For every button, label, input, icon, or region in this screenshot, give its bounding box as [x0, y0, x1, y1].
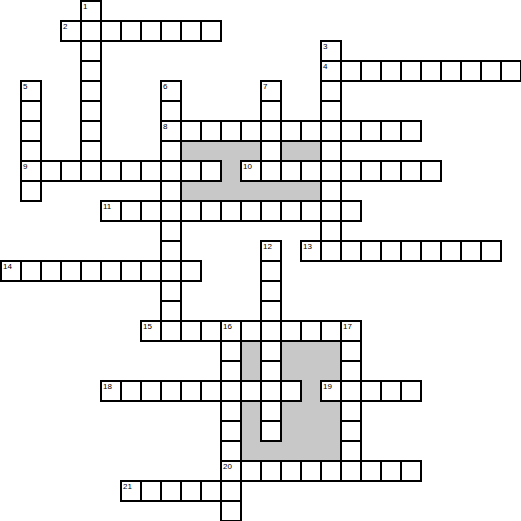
- blocked-cell-12-17: [240, 340, 262, 362]
- answer-cell-9-16[interactable]: [180, 320, 202, 342]
- blocked-cell-16-20: [320, 400, 342, 422]
- answer-cell-19-12[interactable]: [380, 240, 402, 262]
- answer-cell-17-12[interactable]: [340, 240, 362, 262]
- answer-cell-13-23[interactable]: [260, 460, 282, 482]
- answer-cell-16-3[interactable]: [320, 60, 342, 82]
- blocked-cell-12-20: [240, 400, 262, 422]
- answer-cell-1-5[interactable]: [20, 100, 42, 122]
- answer-cell-13-15[interactable]: [260, 300, 282, 322]
- answer-cell-19-8[interactable]: [380, 160, 402, 182]
- answer-cell-11-22[interactable]: [220, 440, 242, 462]
- answer-cell-4-7[interactable]: [80, 140, 102, 162]
- answer-cell-9-24[interactable]: [180, 480, 202, 502]
- blocked-cell-11-9: [220, 180, 242, 202]
- answer-cell-11-23[interactable]: [220, 460, 242, 482]
- answer-cell-8-1[interactable]: [160, 20, 182, 42]
- answer-cell-13-19[interactable]: [260, 380, 282, 402]
- answer-cell-7-10[interactable]: [140, 200, 162, 222]
- answer-cell-9-6[interactable]: [180, 120, 202, 142]
- answer-cell-6-1[interactable]: [120, 20, 142, 42]
- answer-cell-6-24[interactable]: [120, 480, 142, 502]
- answer-cell-10-10[interactable]: [200, 200, 222, 222]
- answer-cell-11-10[interactable]: [220, 200, 242, 222]
- answer-cell-7-24[interactable]: [140, 480, 162, 502]
- answer-cell-6-19[interactable]: [120, 380, 142, 402]
- blocked-cell-12-21: [240, 420, 262, 442]
- answer-cell-15-6[interactable]: [300, 120, 322, 142]
- answer-cell-17-6[interactable]: [340, 120, 362, 142]
- blocked-cell-15-18: [300, 360, 322, 382]
- answer-cell-13-6[interactable]: [260, 120, 282, 142]
- answer-cell-8-14[interactable]: [160, 280, 182, 302]
- answer-cell-8-4[interactable]: [160, 80, 182, 102]
- answer-cell-8-16[interactable]: [160, 320, 182, 342]
- blocked-cell-10-9: [200, 180, 222, 202]
- answer-cell-20-19[interactable]: [400, 380, 422, 402]
- blocked-cell-15-19: [300, 380, 322, 402]
- answer-cell-16-12[interactable]: [320, 240, 342, 262]
- answer-cell-8-8[interactable]: [160, 160, 182, 182]
- answer-cell-17-19[interactable]: [340, 380, 362, 402]
- answer-cell-8-6[interactable]: [160, 120, 182, 142]
- answer-cell-4-8[interactable]: [80, 160, 102, 182]
- answer-cell-11-24[interactable]: [220, 480, 242, 502]
- answer-cell-8-19[interactable]: [160, 380, 182, 402]
- answer-cell-18-12[interactable]: [360, 240, 382, 262]
- answer-cell-14-6[interactable]: [280, 120, 302, 142]
- answer-cell-6-13[interactable]: [120, 260, 142, 282]
- answer-cell-17-22[interactable]: [340, 440, 362, 462]
- answer-cell-11-16[interactable]: [220, 320, 242, 342]
- answer-cell-20-23[interactable]: [400, 460, 422, 482]
- answer-cell-13-10[interactable]: [260, 200, 282, 222]
- answer-cell-5-13[interactable]: [100, 260, 122, 282]
- answer-cell-9-8[interactable]: [180, 160, 202, 182]
- answer-cell-17-21[interactable]: [340, 420, 362, 442]
- answer-cell-17-16[interactable]: [340, 320, 362, 342]
- blocked-cell-16-17: [320, 340, 342, 362]
- blocked-cell-12-18: [240, 360, 262, 382]
- answer-cell-1-13[interactable]: [20, 260, 42, 282]
- answer-cell-15-12[interactable]: [300, 240, 322, 262]
- answer-cell-21-3[interactable]: [420, 60, 442, 82]
- answer-cell-4-6[interactable]: [80, 120, 102, 142]
- answer-cell-10-16[interactable]: [200, 320, 222, 342]
- answer-cell-20-12[interactable]: [400, 240, 422, 262]
- answer-cell-22-3[interactable]: [440, 60, 462, 82]
- answer-cell-20-3[interactable]: [400, 60, 422, 82]
- answer-cell-17-18[interactable]: [340, 360, 362, 382]
- answer-cell-11-20[interactable]: [220, 400, 242, 422]
- answer-cell-13-18[interactable]: [260, 360, 282, 382]
- blocked-cell-13-22: [260, 440, 282, 462]
- answer-cell-22-12[interactable]: [440, 240, 462, 262]
- answer-cell-13-7[interactable]: [260, 140, 282, 162]
- answer-cell-7-19[interactable]: [140, 380, 162, 402]
- answer-cell-18-19[interactable]: [360, 380, 382, 402]
- answer-cell-18-8[interactable]: [360, 160, 382, 182]
- answer-cell-8-10[interactable]: [160, 200, 182, 222]
- blocked-cell-15-17: [300, 340, 322, 362]
- answer-cell-13-21[interactable]: [260, 420, 282, 442]
- answer-cell-14-10[interactable]: [280, 200, 302, 222]
- blocked-cell-14-22: [280, 440, 302, 462]
- answer-cell-10-8[interactable]: [200, 160, 222, 182]
- answer-cell-18-23[interactable]: [360, 460, 382, 482]
- answer-cell-13-8[interactable]: [260, 160, 282, 182]
- answer-cell-2-8[interactable]: [40, 160, 62, 182]
- answer-cell-23-3[interactable]: [460, 60, 482, 82]
- blocked-cell-12-7: [240, 140, 262, 162]
- answer-cell-16-8[interactable]: [320, 160, 342, 182]
- answer-cell-11-25[interactable]: [220, 500, 242, 521]
- answer-cell-12-8[interactable]: [240, 160, 262, 182]
- answer-cell-8-5[interactable]: [160, 100, 182, 122]
- answer-cell-3-1[interactable]: [60, 20, 82, 42]
- answer-cell-17-17[interactable]: [340, 340, 362, 362]
- answer-cell-24-12[interactable]: [480, 240, 502, 262]
- answer-cell-13-12[interactable]: [260, 240, 282, 262]
- answer-cell-13-13[interactable]: [260, 260, 282, 282]
- blocked-cell-13-9: [260, 180, 282, 202]
- blocked-cell-15-9: [300, 180, 322, 202]
- answer-cell-7-16[interactable]: [140, 320, 162, 342]
- answer-cell-5-1[interactable]: [100, 20, 122, 42]
- answer-cell-4-2[interactable]: [80, 40, 102, 62]
- answer-cell-9-1[interactable]: [180, 20, 202, 42]
- answer-cell-10-1[interactable]: [200, 20, 222, 42]
- blocked-cell-12-9: [240, 180, 262, 202]
- answer-cell-14-16[interactable]: [280, 320, 302, 342]
- blocked-cell-11-8: [220, 160, 242, 182]
- answer-cell-20-6[interactable]: [400, 120, 422, 142]
- answer-cell-1-9[interactable]: [20, 180, 42, 202]
- answer-cell-4-3[interactable]: [80, 60, 102, 82]
- answer-cell-12-16[interactable]: [240, 320, 262, 342]
- answer-cell-9-13[interactable]: [180, 260, 202, 282]
- answer-cell-11-21[interactable]: [220, 420, 242, 442]
- answer-cell-20-8[interactable]: [400, 160, 422, 182]
- answer-cell-13-14[interactable]: [260, 280, 282, 302]
- answer-cell-17-10[interactable]: [340, 200, 362, 222]
- answer-cell-11-19[interactable]: [220, 380, 242, 402]
- blocked-cell-14-20: [280, 400, 302, 422]
- answer-cell-16-6[interactable]: [320, 120, 342, 142]
- answer-cell-17-23[interactable]: [340, 460, 362, 482]
- answer-cell-15-23[interactable]: [300, 460, 322, 482]
- answer-cell-13-16[interactable]: [260, 320, 282, 342]
- answer-cell-14-23[interactable]: [280, 460, 302, 482]
- answer-cell-16-5[interactable]: [320, 100, 342, 122]
- answer-cell-16-16[interactable]: [320, 320, 342, 342]
- answer-cell-12-23[interactable]: [240, 460, 262, 482]
- answer-cell-7-13[interactable]: [140, 260, 162, 282]
- answer-cell-14-8[interactable]: [280, 160, 302, 182]
- answer-cell-4-4[interactable]: [80, 80, 102, 102]
- answer-cell-8-7[interactable]: [160, 140, 182, 162]
- answer-cell-21-8[interactable]: [420, 160, 442, 182]
- answer-cell-8-24[interactable]: [160, 480, 182, 502]
- answer-cell-21-12[interactable]: [420, 240, 442, 262]
- blocked-cell-15-22: [300, 440, 322, 462]
- answer-cell-15-10[interactable]: [300, 200, 322, 222]
- answer-cell-8-9[interactable]: [160, 180, 182, 202]
- answer-cell-1-4[interactable]: [20, 80, 42, 102]
- answer-cell-16-4[interactable]: [320, 80, 342, 102]
- blocked-cell-12-22: [240, 440, 262, 462]
- answer-cell-12-10[interactable]: [240, 200, 262, 222]
- answer-cell-5-19[interactable]: [100, 380, 122, 402]
- answer-cell-1-8[interactable]: [20, 160, 42, 182]
- blocked-cell-15-7: [300, 140, 322, 162]
- answer-cell-7-1[interactable]: [140, 20, 162, 42]
- answer-cell-4-5[interactable]: [80, 100, 102, 122]
- answer-cell-7-8[interactable]: [140, 160, 162, 182]
- answer-cell-0-13[interactable]: [0, 260, 22, 282]
- answer-cell-17-20[interactable]: [340, 400, 362, 422]
- blocked-cell-9-9: [180, 180, 202, 202]
- answer-cell-16-11[interactable]: [320, 220, 342, 242]
- answer-cell-13-20[interactable]: [260, 400, 282, 422]
- blocked-cell-16-18: [320, 360, 342, 382]
- blocked-cell-16-22: [320, 440, 342, 462]
- answer-cell-1-7[interactable]: [20, 140, 42, 162]
- answer-cell-17-8[interactable]: [340, 160, 362, 182]
- answer-cell-10-6[interactable]: [200, 120, 222, 142]
- answer-cell-3-8[interactable]: [60, 160, 82, 182]
- blocked-cell-14-18: [280, 360, 302, 382]
- answer-cell-13-4[interactable]: [260, 80, 282, 102]
- answer-cell-14-19[interactable]: [280, 380, 302, 402]
- answer-cell-9-19[interactable]: [180, 380, 202, 402]
- answer-cell-2-13[interactable]: [40, 260, 62, 282]
- blocked-cell-15-21: [300, 420, 322, 442]
- answer-cell-24-3[interactable]: [480, 60, 502, 82]
- answer-cell-8-13[interactable]: [160, 260, 182, 282]
- answer-cell-8-15[interactable]: [160, 300, 182, 322]
- answer-cell-6-10[interactable]: [120, 200, 142, 222]
- blocked-cell-15-20: [300, 400, 322, 422]
- answer-cell-4-13[interactable]: [80, 260, 102, 282]
- answer-cell-16-7[interactable]: [320, 140, 342, 162]
- answer-cell-5-10[interactable]: [100, 200, 122, 222]
- blocked-cell-14-7: [280, 140, 302, 162]
- answer-cell-10-24[interactable]: [200, 480, 222, 502]
- blocked-cell-16-21: [320, 420, 342, 442]
- answer-cell-16-23[interactable]: [320, 460, 342, 482]
- answer-cell-11-18[interactable]: [220, 360, 242, 382]
- answer-cell-17-3[interactable]: [340, 60, 362, 82]
- answer-cell-16-9[interactable]: [320, 180, 342, 202]
- answer-cell-4-0[interactable]: [80, 0, 102, 22]
- answer-cell-16-2[interactable]: [320, 40, 342, 62]
- answer-cell-15-8[interactable]: [300, 160, 322, 182]
- answer-cell-4-1[interactable]: [80, 20, 102, 42]
- answer-cell-10-19[interactable]: [200, 380, 222, 402]
- answer-cell-6-8[interactable]: [120, 160, 142, 182]
- answer-cell-1-6[interactable]: [20, 120, 42, 142]
- answer-cell-5-8[interactable]: [100, 160, 122, 182]
- answer-cell-19-19[interactable]: [380, 380, 402, 402]
- blocked-cell-14-9: [280, 180, 302, 202]
- answer-cell-19-3[interactable]: [380, 60, 402, 82]
- answer-cell-11-6[interactable]: [220, 120, 242, 142]
- answer-cell-3-13[interactable]: [60, 260, 82, 282]
- blocked-cell-9-7: [180, 140, 202, 162]
- answer-cell-19-6[interactable]: [380, 120, 402, 142]
- crossword-board: 123456789101112131415161718192021: [0, 0, 521, 521]
- answer-cell-13-5[interactable]: [260, 100, 282, 122]
- answer-cell-23-12[interactable]: [460, 240, 482, 262]
- answer-cell-16-19[interactable]: [320, 380, 342, 402]
- answer-cell-25-3[interactable]: [500, 60, 521, 82]
- answer-cell-16-10[interactable]: [320, 200, 342, 222]
- answer-cell-13-17[interactable]: [260, 340, 282, 362]
- answer-cell-8-12[interactable]: [160, 240, 182, 262]
- answer-cell-12-6[interactable]: [240, 120, 262, 142]
- answer-cell-15-16[interactable]: [300, 320, 322, 342]
- answer-cell-19-23[interactable]: [380, 460, 402, 482]
- answer-cell-18-6[interactable]: [360, 120, 382, 142]
- answer-cell-8-11[interactable]: [160, 220, 182, 242]
- answer-cell-9-10[interactable]: [180, 200, 202, 222]
- answer-cell-18-3[interactable]: [360, 60, 382, 82]
- blocked-cell-14-21: [280, 420, 302, 442]
- blocked-cell-14-17: [280, 340, 302, 362]
- blocked-cell-11-7: [220, 140, 242, 162]
- answer-cell-11-17[interactable]: [220, 340, 242, 362]
- blocked-cell-10-7: [200, 140, 222, 162]
- answer-cell-12-19[interactable]: [240, 380, 262, 402]
